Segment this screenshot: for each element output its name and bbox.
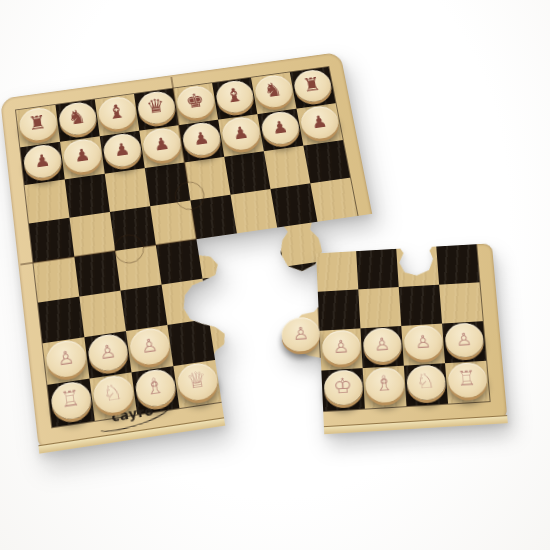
piece-symbol-P: ♙ <box>414 332 431 350</box>
piece-symbol-p: ♟ <box>73 146 91 165</box>
piece-symbol-p: ♟ <box>152 135 170 154</box>
detached-puzzle-piece[interactable]: ♙♙♙♙♙♔♗♘♖ <box>285 243 508 436</box>
piece-symbol-b: ♝ <box>224 85 245 106</box>
piece-symbol-b: ♝ <box>106 102 127 123</box>
piece-symbol-B: ♗ <box>144 375 166 399</box>
piece-symbol-p: ♟ <box>192 129 210 148</box>
piece-symbol-p: ♟ <box>33 151 51 170</box>
piece-symbol-p: ♟ <box>310 112 329 130</box>
piece-symbol-k: ♚ <box>185 91 206 112</box>
piece-symbol-P: ♙ <box>373 335 390 353</box>
piece-symbol-r: ♜ <box>301 75 322 96</box>
piece-symbol-B: ♗ <box>374 373 394 395</box>
piece-symbol-r: ♜ <box>27 113 47 134</box>
piece-symbol-P: ♙ <box>56 348 75 369</box>
piece-symbol-P: ♙ <box>140 335 159 355</box>
piece-symbol-R: ♖ <box>60 387 82 412</box>
piece-symbol-N: ♘ <box>102 381 124 405</box>
board-edge <box>324 415 508 434</box>
piece-symbol-p: ♟ <box>231 123 249 141</box>
piece-symbol-p: ♟ <box>113 140 131 159</box>
piece-symbol-P: ♙ <box>455 330 472 348</box>
piece-symbol-n: ♞ <box>263 80 284 101</box>
piece-symbol-n: ♞ <box>67 107 88 128</box>
piece-symbol-p: ♟ <box>271 118 289 136</box>
piece-symbol-N: ♘ <box>415 371 435 393</box>
piece-symbol-P: ♙ <box>292 324 309 342</box>
piece-symbol-P: ♙ <box>98 341 117 362</box>
piece-symbol-Q: ♕ <box>186 369 208 393</box>
piece-symbol-K: ♔ <box>333 376 353 398</box>
piece-symbol-P: ♙ <box>332 337 349 355</box>
piece-symbol-R: ♖ <box>457 368 478 390</box>
piece-symbol-q: ♛ <box>145 96 166 117</box>
